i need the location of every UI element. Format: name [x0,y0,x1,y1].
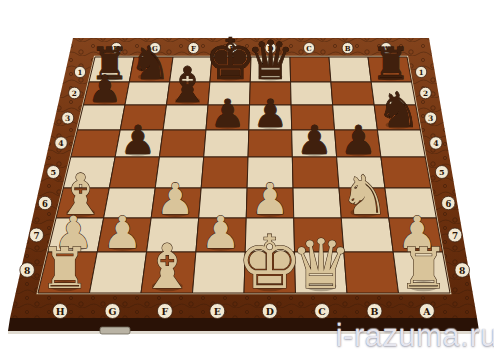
rank-label-right-6: 6 [445,199,451,209]
piece-black-pawn-g4[interactable]: ♟ [120,117,156,163]
rank-label-right-8: 8 [459,265,465,276]
table-reflection [8,331,479,334]
rank-label-right-7: 7 [452,231,458,241]
board-edge [8,318,479,331]
piece-black-knight-g1[interactable]: ♞ [129,36,170,90]
piece-black-bishop-f2[interactable]: ♝ [165,56,209,114]
square-e5[interactable] [201,157,248,188]
rank-label-left-6: 6 [42,199,48,209]
square-b8[interactable] [344,252,399,293]
piece-white-queen-c8[interactable]: ♛ [290,224,351,304]
file-label-bottom-F: F [162,306,169,317]
rank-label-right-2: 2 [423,89,428,98]
file-label-bottom-G: G [108,306,116,317]
piece-white-pawn-g7[interactable]: ♟ [103,207,143,259]
piece-white-bishop-f8[interactable]: ♝ [140,231,195,302]
rank-label-left-4: 4 [58,139,64,148]
rank-label-left-2: 2 [72,89,77,98]
square-c1[interactable] [290,57,331,82]
rank-label-right-3: 3 [428,114,433,123]
piece-black-knight-a3[interactable]: ♞ [376,82,420,139]
file-label-bottom-C: C [318,306,325,317]
piece-black-pawn-c4[interactable]: ♟ [296,117,332,163]
file-label-bottom-A: A [422,306,431,317]
rank-label-right-4: 4 [433,139,439,148]
piece-black-queen-d1[interactable]: ♛ [246,29,294,92]
file-label-top-F: F [191,45,196,53]
square-h4[interactable] [71,130,120,157]
file-label-bottom-D: D [266,306,274,317]
square-c6[interactable] [293,188,341,218]
piece-black-pawn-h2[interactable]: ♟ [88,67,122,111]
square-b1[interactable] [329,57,371,82]
rank-label-left-3: 3 [65,114,70,123]
rank-label-right-1: 1 [419,68,424,77]
file-label-bottom-B: B [371,306,379,317]
file-label-bottom-H: H [56,306,65,317]
piece-white-rook-h8[interactable]: ♜ [40,236,90,301]
file-label-bottom-E: E [214,306,221,317]
page: HHGGFFEEDDCCBBAA1122334455667788♜♞♚♛♜♟♝♞… [0,0,494,355]
square-f4[interactable] [159,130,206,157]
rank-label-left-8: 8 [24,265,30,276]
piece-white-pawn-e7[interactable]: ♟ [201,207,241,259]
file-label-top-B: B [345,45,351,53]
piece-white-knight-b6[interactable]: ♞ [340,164,389,227]
piece-white-rook-a8[interactable]: ♜ [398,236,448,301]
rank-label-left-1: 1 [78,68,83,77]
chessboard: HHGGFFEEDDCCBBAA1122334455667788♜♞♚♛♜♟♝♞… [0,0,494,355]
piece-white-pawn-d6[interactable]: ♟ [251,174,290,224]
piece-white-pawn-f6[interactable]: ♟ [156,174,195,224]
clasp [100,327,130,334]
piece-black-pawn-e3[interactable]: ♟ [210,91,245,136]
rank-label-right-5: 5 [439,167,445,177]
piece-black-pawn-d3[interactable]: ♟ [253,91,288,136]
square-b2[interactable] [331,82,374,105]
square-c2[interactable] [291,82,333,105]
piece-black-pawn-b4[interactable]: ♟ [341,117,377,163]
file-label-top-C: C [306,45,312,53]
